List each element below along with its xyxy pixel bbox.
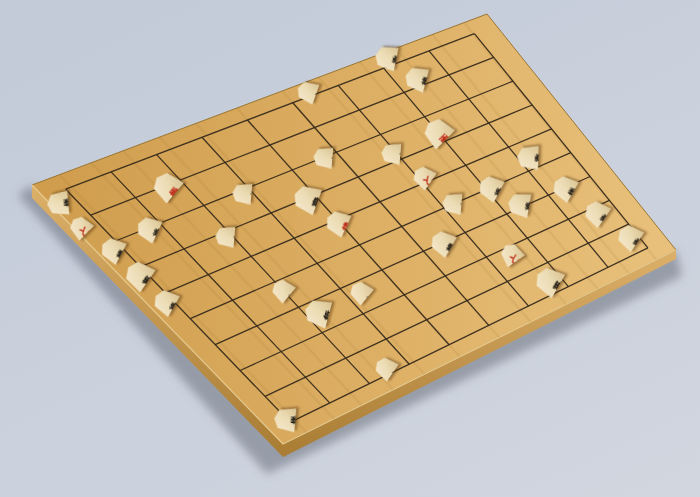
piece-kanji: 金将 bbox=[519, 200, 520, 208]
piece-face: 香車 bbox=[517, 145, 539, 170]
piece-kanji: 歩 bbox=[324, 151, 325, 163]
piece-kanji: 玉将 bbox=[136, 271, 141, 279]
piece-kanji: 王将 bbox=[547, 276, 552, 284]
piece-kanji: 歩 bbox=[306, 86, 310, 97]
piece-kanji: 歩 bbox=[357, 287, 365, 296]
board-face[interactable] bbox=[32, 14, 676, 444]
piece-kanji: 香車 bbox=[627, 233, 632, 240]
shogi-piece-knight[interactable]: 桂馬 bbox=[46, 190, 70, 216]
piece-kanji: 金将 bbox=[164, 298, 168, 305]
piece-face: 歩 bbox=[380, 142, 401, 165]
shogi-piece-lance[interactable]: 香車 bbox=[517, 145, 539, 170]
piece-kanji: 金将 bbox=[489, 184, 493, 192]
piece-face: 桂馬 bbox=[274, 407, 298, 433]
piece-face: 歩 bbox=[232, 182, 253, 205]
piece-kanji: 金将 bbox=[146, 224, 150, 232]
piece-face: 桂馬 bbox=[46, 190, 70, 216]
shogi-piece-pawn[interactable]: 歩 bbox=[380, 142, 401, 165]
piece-kanji: 歩 bbox=[225, 231, 226, 243]
shogi-piece-pawn[interactable]: 歩 bbox=[215, 226, 236, 249]
piece-kanji: 銀将 bbox=[415, 74, 417, 82]
piece-kanji: 銀将 bbox=[111, 246, 115, 254]
piece-kanji: 成銀 bbox=[336, 219, 340, 227]
shogi-piece-gold[interactable]: 金将 bbox=[506, 191, 531, 218]
piece-kanji: 角行 bbox=[317, 308, 319, 317]
piece-kanji: と bbox=[415, 169, 431, 185]
piece-kanji: 歩 bbox=[382, 363, 389, 373]
piece-kanji: 歩 bbox=[391, 147, 392, 159]
piece-kanji: 桂馬 bbox=[58, 199, 59, 208]
piece-face: 金将 bbox=[506, 191, 531, 218]
piece-kanji: 香車 bbox=[386, 54, 388, 62]
shogi-piece-pawn[interactable]: 歩 bbox=[442, 193, 463, 216]
piece-face: 歩 bbox=[442, 193, 463, 216]
piece-kanji: 銀将 bbox=[440, 239, 444, 246]
piece-kanji: 歩 bbox=[242, 188, 243, 200]
scene-background: 香車銀将歩龍王歩歩香車と龍馬桂馬金将歩飛車桂馬歩金将香車成銀と金将香車歩銀将銀将… bbox=[0, 0, 700, 497]
piece-kanji: と bbox=[73, 219, 89, 235]
piece-kanji: と bbox=[504, 246, 520, 262]
shogi-piece-knight[interactable]: 桂馬 bbox=[274, 407, 298, 433]
piece-face: 歩 bbox=[215, 226, 236, 249]
piece-kanji: 龍王 bbox=[434, 128, 441, 135]
shogi-piece-pawn[interactable]: 歩 bbox=[313, 146, 334, 169]
piece-kanji: 歩 bbox=[279, 286, 287, 295]
piece-kanji: 桂馬 bbox=[286, 415, 287, 424]
piece-kanji: 龍馬 bbox=[163, 183, 169, 190]
piece-face: 歩 bbox=[313, 146, 334, 169]
piece-kanji: 桂馬 bbox=[563, 184, 567, 191]
shogi-piece-pawn[interactable]: 歩 bbox=[232, 182, 253, 205]
piece-kanji: 飛車 bbox=[305, 194, 308, 203]
piece-kanji: 香車 bbox=[594, 209, 599, 216]
piece-kanji: 歩 bbox=[452, 198, 453, 210]
